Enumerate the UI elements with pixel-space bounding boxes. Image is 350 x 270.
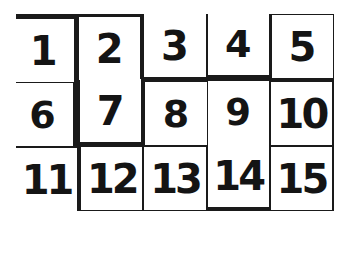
worksheet-page: 1 2 3 4 5 6 7 8 9 10 11 12 13 14 15 — [0, 0, 350, 270]
number-card-14: 14 — [208, 144, 269, 207]
number-card-12: 12 — [81, 147, 142, 210]
number-card-6: 6 — [12, 83, 73, 146]
number-card-8: 8 — [145, 82, 206, 145]
number-card-7: 7 — [80, 79, 141, 142]
number-card-13: 13 — [144, 147, 205, 210]
number-card-10: 10 — [271, 82, 332, 145]
number-card-2: 2 — [79, 17, 140, 80]
number-card-15: 15 — [271, 147, 332, 210]
number-card-5: 5 — [272, 15, 333, 78]
number-card-4: 4 — [208, 12, 269, 75]
number-card-3: 3 — [144, 14, 205, 77]
number-card-grid: 1 2 3 4 5 6 7 8 9 10 11 12 13 14 15 — [16, 14, 334, 211]
number-card-11: 11 — [16, 148, 77, 211]
number-card-9: 9 — [208, 81, 269, 144]
number-card-1: 1 — [13, 19, 74, 82]
